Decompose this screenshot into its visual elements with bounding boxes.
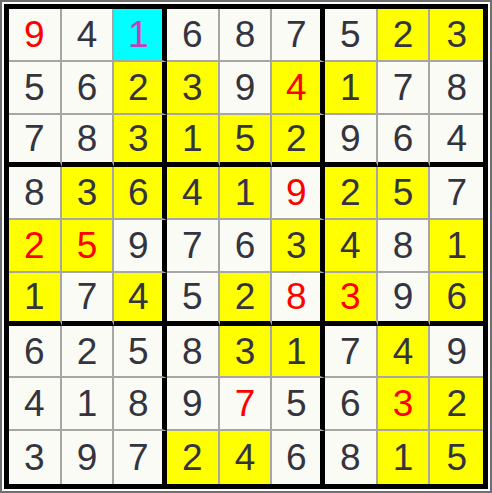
sudoku-cell-r2c1[interactable]: 5 bbox=[9, 62, 62, 115]
sudoku-cell-r1c7[interactable]: 5 bbox=[325, 9, 378, 62]
sudoku-cell-r1c1[interactable]: 9 bbox=[9, 9, 62, 62]
sudoku-cell-r7c9[interactable]: 9 bbox=[430, 326, 483, 379]
sudoku-cell-r5c5[interactable]: 6 bbox=[220, 220, 273, 273]
sudoku-cell-r3c9[interactable]: 4 bbox=[430, 115, 483, 168]
sudoku-cell-r3c1[interactable]: 7 bbox=[9, 115, 62, 168]
sudoku-cell-r4c1[interactable]: 8 bbox=[9, 167, 62, 220]
sudoku-cell-r8c1[interactable]: 4 bbox=[9, 378, 62, 431]
sudoku-cell-r3c6[interactable]: 2 bbox=[272, 115, 325, 168]
sudoku-cell-r6c4[interactable]: 5 bbox=[167, 273, 220, 326]
sudoku-cell-r4c8[interactable]: 5 bbox=[378, 167, 431, 220]
sudoku-cell-r1c6[interactable]: 7 bbox=[272, 9, 325, 62]
sudoku-cell-r2c8[interactable]: 7 bbox=[378, 62, 431, 115]
sudoku-cell-r5c6[interactable]: 3 bbox=[272, 220, 325, 273]
sudoku-cell-r2c9[interactable]: 8 bbox=[430, 62, 483, 115]
sudoku-cell-r6c5[interactable]: 2 bbox=[220, 273, 273, 326]
sudoku-cell-r5c9[interactable]: 1 bbox=[430, 220, 483, 273]
sudoku-cell-r5c8[interactable]: 8 bbox=[378, 220, 431, 273]
sudoku-cell-r5c4[interactable]: 7 bbox=[167, 220, 220, 273]
sudoku-cell-r5c3[interactable]: 9 bbox=[114, 220, 167, 273]
sudoku-cell-r2c7[interactable]: 1 bbox=[325, 62, 378, 115]
sudoku-cell-r9c7[interactable]: 8 bbox=[325, 431, 378, 484]
sudoku-cell-r2c6[interactable]: 4 bbox=[272, 62, 325, 115]
sudoku-cell-r7c1[interactable]: 6 bbox=[9, 326, 62, 379]
sudoku-cell-r3c4[interactable]: 1 bbox=[167, 115, 220, 168]
sudoku-cell-r8c8[interactable]: 3 bbox=[378, 378, 431, 431]
sudoku-cell-r4c2[interactable]: 3 bbox=[62, 167, 115, 220]
sudoku-cell-r4c6[interactable]: 9 bbox=[272, 167, 325, 220]
sudoku-cell-r1c3[interactable]: 1 bbox=[114, 9, 167, 62]
sudoku-cell-r7c5[interactable]: 3 bbox=[220, 326, 273, 379]
sudoku-cell-r1c8[interactable]: 2 bbox=[378, 9, 431, 62]
sudoku-cell-r6c2[interactable]: 7 bbox=[62, 273, 115, 326]
sudoku-cell-r3c7[interactable]: 9 bbox=[325, 115, 378, 168]
sudoku-cell-r7c2[interactable]: 2 bbox=[62, 326, 115, 379]
sudoku-cell-r8c9[interactable]: 2 bbox=[430, 378, 483, 431]
sudoku-cell-r4c3[interactable]: 6 bbox=[114, 167, 167, 220]
sudoku-cell-r2c3[interactable]: 2 bbox=[114, 62, 167, 115]
sudoku-cell-r7c6[interactable]: 1 bbox=[272, 326, 325, 379]
sudoku-cell-r7c4[interactable]: 8 bbox=[167, 326, 220, 379]
sudoku-cell-r6c6[interactable]: 8 bbox=[272, 273, 325, 326]
sudoku-cell-r3c8[interactable]: 6 bbox=[378, 115, 431, 168]
sudoku-cell-r2c2[interactable]: 6 bbox=[62, 62, 115, 115]
sudoku-cell-r6c3[interactable]: 4 bbox=[114, 273, 167, 326]
sudoku-cell-r4c5[interactable]: 1 bbox=[220, 167, 273, 220]
sudoku-cell-r8c7[interactable]: 6 bbox=[325, 378, 378, 431]
sudoku-cell-r4c4[interactable]: 4 bbox=[167, 167, 220, 220]
sudoku-cell-r5c2[interactable]: 5 bbox=[62, 220, 115, 273]
sudoku-cell-r8c4[interactable]: 9 bbox=[167, 378, 220, 431]
sudoku-cell-r9c2[interactable]: 9 bbox=[62, 431, 115, 484]
sudoku-cell-r7c3[interactable]: 5 bbox=[114, 326, 167, 379]
sudoku-cell-r9c5[interactable]: 4 bbox=[220, 431, 273, 484]
sudoku-cell-r3c5[interactable]: 5 bbox=[220, 115, 273, 168]
sudoku-cell-r4c7[interactable]: 2 bbox=[325, 167, 378, 220]
sudoku-cell-r6c9[interactable]: 6 bbox=[430, 273, 483, 326]
sudoku-cell-r1c5[interactable]: 8 bbox=[220, 9, 273, 62]
sudoku-cell-r9c6[interactable]: 6 bbox=[272, 431, 325, 484]
sudoku-cell-r2c4[interactable]: 3 bbox=[167, 62, 220, 115]
sudoku-cell-r8c5[interactable]: 7 bbox=[220, 378, 273, 431]
sudoku-cell-r1c2[interactable]: 4 bbox=[62, 9, 115, 62]
sudoku-cell-r9c9[interactable]: 5 bbox=[430, 431, 483, 484]
sudoku-cell-r6c1[interactable]: 1 bbox=[9, 273, 62, 326]
sudoku-cell-r5c1[interactable]: 2 bbox=[9, 220, 62, 273]
sudoku-cell-r9c1[interactable]: 3 bbox=[9, 431, 62, 484]
sudoku-cell-r3c3[interactable]: 3 bbox=[114, 115, 167, 168]
sudoku-cell-r4c9[interactable]: 7 bbox=[430, 167, 483, 220]
sudoku-board: 9416875235623941787831529648364192572597… bbox=[4, 4, 488, 489]
sudoku-cell-r5c7[interactable]: 4 bbox=[325, 220, 378, 273]
sudoku-cell-r7c7[interactable]: 7 bbox=[325, 326, 378, 379]
sudoku-cell-r8c6[interactable]: 5 bbox=[272, 378, 325, 431]
sudoku-cell-r1c9[interactable]: 3 bbox=[430, 9, 483, 62]
sudoku-cell-r6c7[interactable]: 3 bbox=[325, 273, 378, 326]
sudoku-cell-r7c8[interactable]: 4 bbox=[378, 326, 431, 379]
sudoku-cell-r9c3[interactable]: 7 bbox=[114, 431, 167, 484]
sudoku-cell-r8c2[interactable]: 1 bbox=[62, 378, 115, 431]
sudoku-cell-r3c2[interactable]: 8 bbox=[62, 115, 115, 168]
sudoku-cell-r9c4[interactable]: 2 bbox=[167, 431, 220, 484]
sudoku-cell-r8c3[interactable]: 8 bbox=[114, 378, 167, 431]
sudoku-board-frame: 9416875235623941787831529648364192572597… bbox=[0, 0, 492, 493]
sudoku-cell-r9c8[interactable]: 1 bbox=[378, 431, 431, 484]
sudoku-cell-r2c5[interactable]: 9 bbox=[220, 62, 273, 115]
sudoku-cell-r1c4[interactable]: 6 bbox=[167, 9, 220, 62]
sudoku-cell-r6c8[interactable]: 9 bbox=[378, 273, 431, 326]
